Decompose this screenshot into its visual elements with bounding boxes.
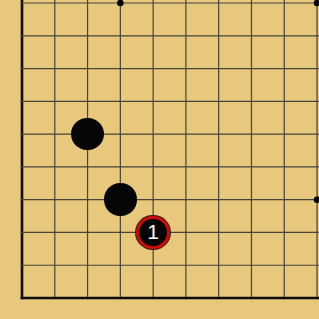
black-stone-d4[interactable] [104, 183, 137, 216]
stone-grid[interactable]: 1 [6, 0, 319, 314]
go-board[interactable]: 1 [0, 0, 319, 319]
black-stone-e3-last-move-red-circle[interactable]: 1 [136, 216, 170, 250]
black-stone-c6[interactable] [71, 118, 104, 151]
move-number-label: 1 [147, 221, 159, 243]
